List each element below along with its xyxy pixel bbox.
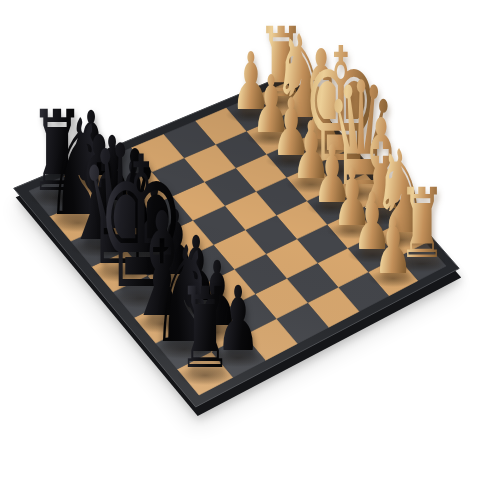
piece-black-rook-a8[interactable]: ♜ <box>171 304 240 381</box>
chess-set-scene: ♜♟♞♟♝♟♚♟♟♛♜♟♟♝♞♟♟♞♝♟♟♜♛♟♟♚♟♝♟♞♟♜ <box>0 0 480 480</box>
piece-white-pawn-a2[interactable]: ♟ <box>368 227 417 282</box>
